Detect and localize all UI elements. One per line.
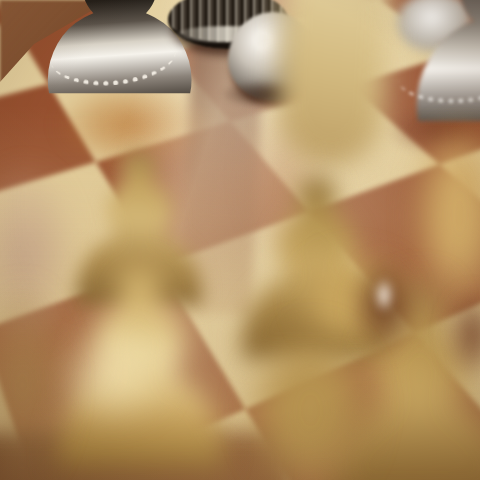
vignette-overlay [0, 0, 480, 480]
chess-macro-photo: ♟ ♟ ♟ ♟ ♟ ♟ [0, 0, 480, 480]
